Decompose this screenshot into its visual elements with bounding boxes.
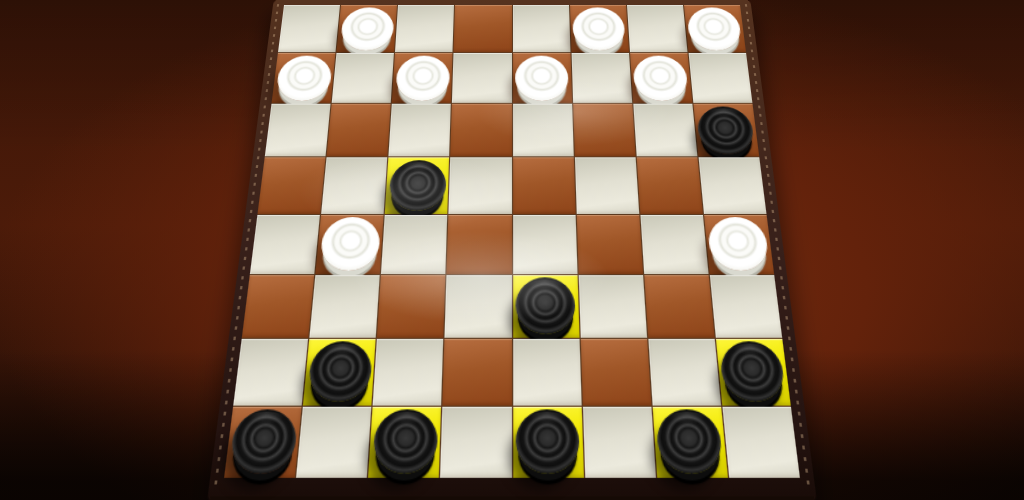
square-r7c7[interactable] [648,339,721,406]
checker-black[interactable] [515,277,576,334]
square-r2c3[interactable] [392,53,453,103]
square-r2c5[interactable] [513,53,572,103]
checker-white[interactable] [707,217,771,271]
checker-black[interactable] [719,342,787,403]
square-r5c8[interactable] [704,214,774,273]
square-r7c8[interactable] [716,339,791,406]
square-r1c5[interactable] [513,5,571,52]
square-r3c7[interactable] [633,104,697,157]
square-r7c1[interactable] [233,339,308,406]
checker-white[interactable] [633,55,690,100]
square-r7c3[interactable] [373,339,444,406]
square-r3c4[interactable] [451,104,512,157]
checker-white[interactable] [687,7,744,50]
square-r6c3[interactable] [377,275,446,338]
square-r6c2[interactable] [310,275,381,338]
square-r4c8[interactable] [698,158,766,214]
checker-black[interactable] [656,410,725,475]
checkers-scene [0,0,1024,500]
square-r5c5[interactable] [513,214,578,273]
square-r6c5[interactable] [513,275,580,338]
square-r3c3[interactable] [389,104,452,157]
square-r2c8[interactable] [688,53,752,103]
square-r5c1[interactable] [250,214,320,273]
checker-white[interactable] [572,7,626,50]
checker-white[interactable] [339,7,394,50]
checker-black[interactable] [372,410,439,475]
square-r3c2[interactable] [327,104,391,157]
square-r6c6[interactable] [578,275,647,338]
square-r8c8[interactable] [722,407,800,478]
square-r7c4[interactable] [443,339,512,406]
square-r4c7[interactable] [636,158,702,214]
square-r5c6[interactable] [576,214,642,273]
square-r6c7[interactable] [644,275,715,338]
checker-white[interactable] [275,55,333,100]
square-r5c4[interactable] [447,214,512,273]
square-r3c8[interactable] [693,104,759,157]
square-r4c6[interactable] [575,158,639,214]
square-r2c4[interactable] [452,53,511,103]
checker-black[interactable] [388,160,447,211]
square-r6c4[interactable] [445,275,512,338]
square-r6c1[interactable] [242,275,315,338]
checkers-board [224,5,800,478]
square-r5c7[interactable] [640,214,708,273]
square-r4c4[interactable] [449,158,512,214]
square-r1c8[interactable] [684,5,746,52]
square-r4c1[interactable] [258,158,326,214]
checker-black[interactable] [516,410,581,475]
square-r2c6[interactable] [571,53,632,103]
checker-black[interactable] [696,106,756,154]
square-r5c2[interactable] [316,214,384,273]
square-r1c6[interactable] [570,5,629,52]
square-r3c1[interactable] [265,104,331,157]
checker-white[interactable] [515,55,569,100]
square-r4c5[interactable] [513,158,576,214]
square-r2c7[interactable] [630,53,692,103]
square-r2c2[interactable] [332,53,394,103]
square-r8c2[interactable] [296,407,371,478]
square-r1c7[interactable] [627,5,688,52]
checker-black[interactable] [228,410,299,475]
square-r1c2[interactable] [337,5,398,52]
square-r5c3[interactable] [381,214,447,273]
square-r3c6[interactable] [573,104,636,157]
square-r7c2[interactable] [303,339,376,406]
square-r4c2[interactable] [321,158,387,214]
checker-white[interactable] [319,217,381,271]
square-r8c1[interactable] [224,407,302,478]
checker-black[interactable] [306,342,372,403]
square-r8c6[interactable] [582,407,655,478]
square-r7c5[interactable] [513,339,582,406]
square-r3c5[interactable] [513,104,574,157]
square-r8c5[interactable] [513,407,584,478]
square-r8c3[interactable] [368,407,441,478]
square-r1c1[interactable] [278,5,340,52]
square-r8c4[interactable] [440,407,511,478]
square-r1c4[interactable] [454,5,512,52]
square-r7c6[interactable] [580,339,651,406]
checker-white[interactable] [395,55,450,100]
square-r4c3[interactable] [385,158,449,214]
board-grid [224,5,800,478]
square-r8c7[interactable] [652,407,727,478]
square-r1c3[interactable] [395,5,454,52]
square-r2c1[interactable] [272,53,336,103]
square-r6c8[interactable] [710,275,783,338]
